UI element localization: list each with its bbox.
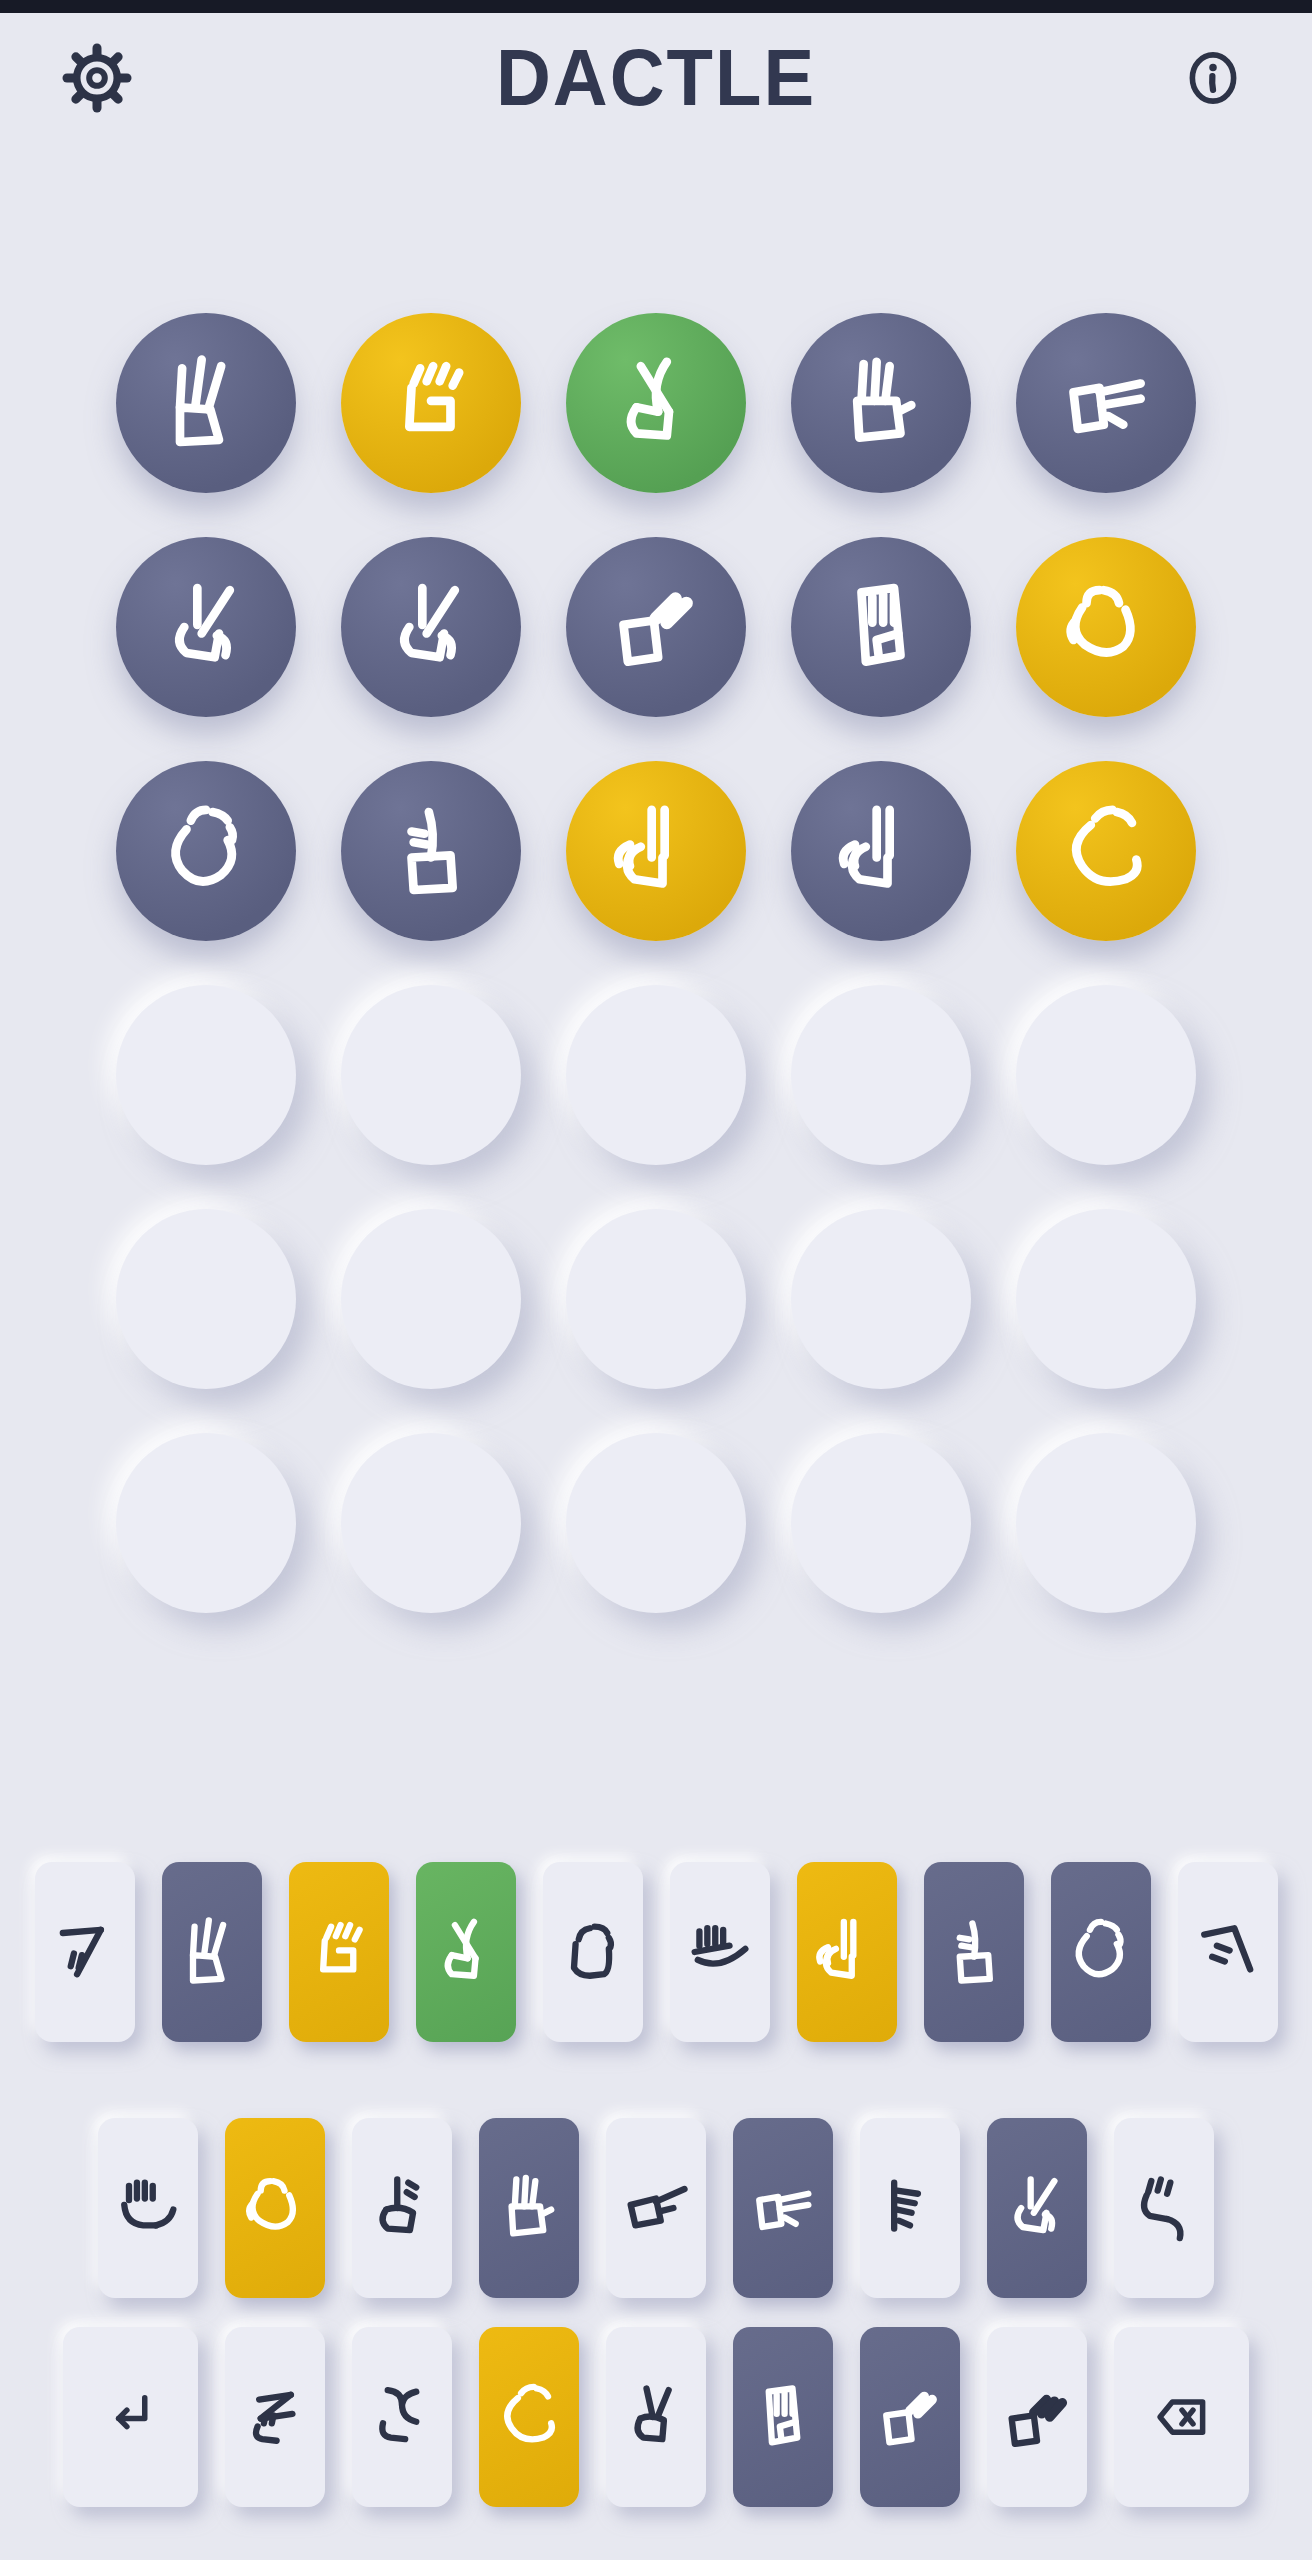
backspace-icon (1149, 2384, 1215, 2450)
info-button[interactable] (1174, 39, 1252, 117)
bsl-k-sign-icon (379, 575, 483, 679)
key-t[interactable] (543, 1862, 643, 2042)
bsl-s-sign-icon (237, 2170, 313, 2246)
bsl-a-sign-icon (110, 2170, 186, 2246)
bsl-o-sign-icon (154, 799, 258, 903)
bsl-u-sign-icon (829, 799, 933, 903)
bsl-w-sign-icon (174, 1914, 250, 1990)
tile-r5c2-empty (341, 1209, 521, 1389)
key-h[interactable] (733, 2118, 833, 2298)
bsl-l-sign-icon (1126, 2170, 1202, 2246)
bsl-w-sign-icon (154, 351, 258, 455)
tile-r4c2-empty (341, 985, 521, 1165)
bsl-z-sign-icon (237, 2379, 313, 2455)
key-f[interactable] (479, 2118, 579, 2298)
key-u[interactable] (797, 1862, 897, 2042)
tile-r5c3-empty (566, 1209, 746, 1389)
tile-r6c1-empty (116, 1433, 296, 1613)
bsl-d-sign-icon (364, 2170, 440, 2246)
bsl-q-sign-icon (47, 1914, 123, 1990)
key-q[interactable] (35, 1862, 135, 2042)
bsl-h-sign-icon (1054, 351, 1158, 455)
header: DACTLE (0, 27, 1312, 129)
bsl-k-sign-icon (154, 575, 258, 679)
bsl-c-sign-icon (1054, 799, 1158, 903)
bsl-b-sign-icon (745, 2379, 821, 2455)
tile-r1c2-e (341, 313, 521, 493)
tile-r3c5-c (1016, 761, 1196, 941)
key-j[interactable] (860, 2118, 960, 2298)
tile-r4c3-empty (566, 985, 746, 1165)
bsl-s-sign-icon (1054, 575, 1158, 679)
tile-r2c1-k (116, 537, 296, 717)
bsl-o-sign-icon (1063, 1914, 1139, 1990)
bsl-h-sign-icon (745, 2170, 821, 2246)
key-r[interactable] (416, 1862, 516, 2042)
tile-r6c5-empty (1016, 1433, 1196, 1613)
key-backspace[interactable] (1114, 2327, 1249, 2507)
bsl-t-sign-icon (555, 1914, 631, 1990)
tile-r6c2-empty (341, 1433, 521, 1613)
bsl-j-sign-icon (872, 2170, 948, 2246)
bsl-n-sign-icon (872, 2379, 948, 2455)
tile-r1c5-h (1016, 313, 1196, 493)
key-d[interactable] (352, 2118, 452, 2298)
key-i[interactable] (924, 1862, 1024, 2042)
key-b[interactable] (733, 2327, 833, 2507)
key-m[interactable] (987, 2327, 1087, 2507)
bsl-u-sign-icon (809, 1914, 885, 1990)
tile-r3c1-o (116, 761, 296, 941)
tile-r4c4-empty (791, 985, 971, 1165)
tile-r2c3-n (566, 537, 746, 717)
bsl-u-sign-icon (604, 799, 708, 903)
tile-r6c3-empty (566, 1433, 746, 1613)
key-c[interactable] (479, 2327, 579, 2507)
key-enter[interactable] (63, 2327, 198, 2507)
tile-r2c2-k (341, 537, 521, 717)
tile-r3c4-u (791, 761, 971, 941)
bsl-p-sign-icon (1190, 1914, 1266, 1990)
tile-r1c1-w (116, 313, 296, 493)
bsl-k-sign-icon (999, 2170, 1075, 2246)
bsl-v-sign-icon (618, 2379, 694, 2455)
tile-r5c4-empty (791, 1209, 971, 1389)
keyboard-row-3 (0, 2327, 1312, 2507)
tile-r2c4-b (791, 537, 971, 717)
tile-r6c4-empty (791, 1433, 971, 1613)
key-x[interactable] (352, 2327, 452, 2507)
key-e[interactable] (289, 1862, 389, 2042)
tile-r2c5-s (1016, 537, 1196, 717)
key-y[interactable] (670, 1862, 770, 2042)
bsl-c-sign-icon (491, 2379, 567, 2455)
bsl-f-sign-icon (829, 351, 933, 455)
tile-r3c3-u (566, 761, 746, 941)
key-k[interactable] (987, 2118, 1087, 2298)
key-n[interactable] (860, 2327, 960, 2507)
bsl-i-sign-icon (379, 799, 483, 903)
keyboard-row-1 (0, 1862, 1312, 2042)
bsl-e-sign-icon (301, 1914, 377, 1990)
tile-r3c2-i (341, 761, 521, 941)
info-icon (1183, 46, 1243, 110)
key-z[interactable] (225, 2327, 325, 2507)
bsl-n-sign-icon (604, 575, 708, 679)
tile-r4c5-empty (1016, 985, 1196, 1165)
tile-r1c4-f (791, 313, 971, 493)
tile-r4c1-empty (116, 985, 296, 1165)
key-w[interactable] (162, 1862, 262, 2042)
enter-icon (98, 2384, 164, 2450)
key-l[interactable] (1114, 2118, 1214, 2298)
bsl-f-sign-icon (491, 2170, 567, 2246)
key-o[interactable] (1051, 1862, 1151, 2042)
tile-r1c3-r (566, 313, 746, 493)
game-board (0, 313, 1312, 1613)
bsl-r-sign-icon (604, 351, 708, 455)
status-bar (0, 0, 1312, 13)
page-title: DACTLE (0, 32, 1312, 123)
bsl-r-sign-icon (428, 1914, 504, 1990)
bsl-m-sign-icon (999, 2379, 1075, 2455)
key-g[interactable] (606, 2118, 706, 2298)
key-v[interactable] (606, 2327, 706, 2507)
keyboard-row-2 (0, 2118, 1312, 2298)
tile-r5c1-empty (116, 1209, 296, 1389)
key-a[interactable] (98, 2118, 198, 2298)
sign-keyboard (0, 1862, 1312, 2507)
gear-icon (61, 42, 133, 114)
key-s[interactable] (225, 2118, 325, 2298)
bsl-g-sign-icon (618, 2170, 694, 2246)
bsl-i-sign-icon (936, 1914, 1012, 1990)
bsl-y-sign-icon (682, 1914, 758, 1990)
bsl-e-sign-icon (379, 351, 483, 455)
bsl-x-sign-icon (364, 2379, 440, 2455)
key-p[interactable] (1178, 1862, 1278, 2042)
settings-button[interactable] (58, 39, 136, 117)
tile-r5c5-empty (1016, 1209, 1196, 1389)
bsl-b-sign-icon (829, 575, 933, 679)
